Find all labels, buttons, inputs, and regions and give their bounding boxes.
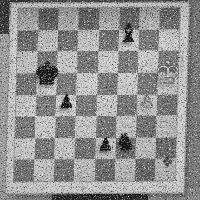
square-c3 — [55, 116, 76, 138]
square-d3 — [75, 116, 96, 138]
square-f8 — [119, 8, 140, 30]
square-c5 — [57, 73, 78, 95]
file-label-f: F — [116, 185, 133, 190]
square-a5 — [16, 73, 37, 95]
rank-label-5: 5 — [9, 76, 16, 93]
square-f1 — [114, 159, 135, 181]
chessboard-photo: ♙♝♚♔♟♙♟♞ ABCDEFGH 87654321 CHESS ❖ — [0, 0, 200, 200]
square-e8 — [99, 8, 120, 30]
square-c1 — [54, 160, 75, 182]
square-g3 — [136, 116, 157, 138]
square-h5 — [157, 72, 178, 94]
square-f6 — [118, 51, 139, 73]
rank-label-6: 6 — [10, 54, 17, 71]
square-f4 — [116, 94, 137, 116]
square-h3 — [156, 116, 177, 138]
square-c8 — [58, 8, 79, 30]
square-b3 — [35, 116, 56, 138]
file-label-h: H — [156, 185, 173, 190]
square-a2 — [14, 138, 35, 160]
square-e6 — [97, 51, 118, 73]
square-g6 — [138, 51, 159, 73]
square-g2 — [135, 137, 156, 159]
square-b6 — [37, 52, 58, 74]
square-e2 — [95, 138, 116, 160]
square-h4 — [157, 94, 178, 116]
background-table-right — [188, 0, 200, 200]
square-b5 — [36, 73, 57, 95]
square-f5 — [117, 73, 138, 95]
square-g7 — [138, 29, 159, 51]
board-brand-text: CHESS — [178, 50, 186, 106]
square-e3 — [96, 116, 117, 138]
rank-label-7: 7 — [10, 32, 17, 49]
file-label-e: E — [96, 185, 113, 190]
square-g4 — [136, 94, 157, 116]
square-g5 — [137, 73, 158, 95]
square-b7 — [38, 30, 59, 52]
square-a7 — [18, 30, 39, 52]
rank-label-3: 3 — [8, 119, 15, 136]
square-e5 — [97, 73, 118, 95]
square-b8 — [38, 8, 59, 30]
square-g8 — [139, 8, 160, 30]
square-d8 — [79, 8, 100, 30]
board-grid — [14, 8, 180, 182]
square-h7 — [158, 29, 179, 51]
square-d2 — [75, 138, 96, 160]
square-f2 — [115, 138, 136, 160]
rank-label-8: 8 — [11, 11, 18, 28]
square-a3 — [15, 117, 36, 139]
square-a4 — [16, 95, 37, 117]
file-labels: ABCDEFGH — [13, 182, 174, 194]
square-e7 — [98, 30, 119, 52]
square-b4 — [36, 95, 57, 117]
square-b1 — [34, 160, 55, 182]
square-f3 — [116, 116, 137, 138]
square-e1 — [94, 159, 115, 181]
square-d1 — [74, 159, 95, 181]
chess-board: ♙♝♚♔♟♙♟♞ ABCDEFGH 87654321 CHESS ❖ — [4, 1, 190, 194]
square-c6 — [57, 51, 78, 73]
square-h6 — [158, 51, 179, 73]
square-e4 — [96, 94, 117, 116]
square-a6 — [17, 52, 38, 74]
square-a8 — [18, 8, 39, 30]
square-d4 — [76, 95, 97, 117]
file-label-g: G — [136, 185, 153, 190]
square-d6 — [77, 51, 98, 73]
square-d7 — [78, 30, 99, 52]
maker-logo-icon: ❖ — [156, 151, 179, 173]
square-g1 — [135, 159, 156, 181]
square-f7 — [118, 29, 139, 51]
rank-label-2: 2 — [7, 140, 14, 157]
square-c2 — [55, 138, 76, 160]
square-a1 — [14, 160, 35, 182]
file-label-b: B — [35, 185, 52, 190]
rank-label-4: 4 — [9, 97, 16, 114]
square-c4 — [56, 95, 77, 117]
square-h8 — [159, 8, 180, 30]
square-c7 — [58, 30, 79, 52]
file-label-a: A — [15, 186, 32, 191]
file-label-c: C — [55, 185, 72, 190]
file-label-d: D — [75, 185, 92, 190]
square-d5 — [77, 73, 98, 95]
square-b2 — [35, 138, 56, 160]
rank-label-1: 1 — [7, 162, 14, 179]
